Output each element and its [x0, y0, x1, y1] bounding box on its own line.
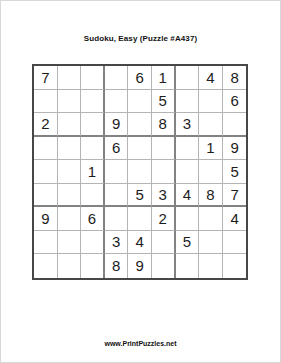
sudoku-cell-r2c3 [81, 90, 105, 114]
sudoku-cell-r2c5 [128, 90, 152, 114]
sudoku-cell-r8c3 [81, 231, 105, 255]
given-digit: 6 [136, 69, 144, 86]
sudoku-cell-r8c9 [223, 231, 247, 255]
given-digit: 5 [136, 186, 144, 203]
sudoku-cell-r7c4 [105, 207, 129, 231]
sudoku-cell-r5c9: 5 [223, 160, 247, 184]
sudoku-cell-r2c2 [58, 90, 82, 114]
sudoku-cell-r3c1: 2 [34, 113, 58, 137]
sudoku-cell-r5c1 [34, 160, 58, 184]
sudoku-cell-r8c2 [58, 231, 82, 255]
given-digit: 9 [230, 139, 238, 156]
footer-url: www.PrintPuzzles.net [0, 340, 281, 347]
given-digit: 8 [230, 69, 238, 86]
sudoku-cell-r9c8 [199, 254, 223, 278]
sudoku-cell-r5c4 [105, 160, 129, 184]
given-digit: 4 [183, 186, 191, 203]
sudoku-cell-r7c9: 4 [223, 207, 247, 231]
given-digit: 1 [206, 139, 214, 156]
sudoku-cell-r2c8 [199, 90, 223, 114]
sudoku-cell-r9c4: 8 [105, 254, 129, 278]
given-digit: 4 [206, 69, 214, 86]
given-digit: 5 [183, 233, 191, 250]
given-digit: 3 [159, 186, 167, 203]
sudoku-cell-r5c5 [128, 160, 152, 184]
sudoku-cell-r1c8: 4 [199, 66, 223, 90]
sudoku-cell-r8c7: 5 [176, 231, 200, 255]
sudoku-cell-r7c1: 9 [34, 207, 58, 231]
sudoku-cell-r8c5: 4 [128, 231, 152, 255]
sudoku-cell-r3c8 [199, 113, 223, 137]
sudoku-cell-r3c9 [223, 113, 247, 137]
given-digit: 2 [159, 210, 167, 227]
given-digit: 1 [159, 69, 167, 86]
sudoku-cell-r3c7: 3 [176, 113, 200, 137]
sudoku-cell-r6c2 [58, 184, 82, 208]
sudoku-cell-r7c7 [176, 207, 200, 231]
given-digit: 4 [230, 210, 238, 227]
sudoku-cell-r7c3: 6 [81, 207, 105, 231]
sudoku-cell-r8c6 [152, 231, 176, 255]
sudoku-cell-r6c5: 5 [128, 184, 152, 208]
sudoku-cell-r8c1 [34, 231, 58, 255]
given-digit: 7 [41, 69, 49, 86]
sudoku-cell-r2c1 [34, 90, 58, 114]
sudoku-cell-r4c5 [128, 137, 152, 161]
sudoku-cell-r5c2 [58, 160, 82, 184]
given-digit: 7 [230, 186, 238, 203]
puzzle-title: Sudoku, Easy (Puzzle #A437) [0, 34, 281, 43]
sudoku-cell-r7c5 [128, 207, 152, 231]
sudoku-cell-r4c2 [58, 137, 82, 161]
sudoku-cell-r2c4 [105, 90, 129, 114]
sudoku-cell-r1c5: 6 [128, 66, 152, 90]
sudoku-cell-r6c8: 8 [199, 184, 223, 208]
given-digit: 5 [159, 92, 167, 109]
sudoku-cell-r6c9: 7 [223, 184, 247, 208]
sudoku-cell-r6c1 [34, 184, 58, 208]
sudoku-cell-r8c8 [199, 231, 223, 255]
given-digit: 8 [159, 115, 167, 132]
sudoku-cell-r4c4: 6 [105, 137, 129, 161]
sudoku-cell-r5c8 [199, 160, 223, 184]
sudoku-cell-r6c3 [81, 184, 105, 208]
given-digit: 8 [112, 257, 120, 274]
sudoku-cell-r1c7 [176, 66, 200, 90]
sudoku-cell-r4c9: 9 [223, 137, 247, 161]
sudoku-cell-r9c3 [81, 254, 105, 278]
sudoku-cell-r1c3 [81, 66, 105, 90]
printable-sudoku-page: Sudoku, Easy (Puzzle #A437) 761485629836… [0, 0, 281, 363]
sudoku-cell-r3c5 [128, 113, 152, 137]
sudoku-cell-r8c4: 3 [105, 231, 129, 255]
sudoku-cell-r9c6 [152, 254, 176, 278]
given-digit: 2 [41, 115, 49, 132]
given-digit: 6 [88, 210, 96, 227]
given-digit: 1 [88, 163, 96, 180]
sudoku-cell-r6c7: 4 [176, 184, 200, 208]
given-digit: 8 [206, 186, 214, 203]
given-digit: 3 [112, 233, 120, 250]
sudoku-cell-r1c6: 1 [152, 66, 176, 90]
sudoku-cell-r1c1: 7 [34, 66, 58, 90]
sudoku-cell-r2c6: 5 [152, 90, 176, 114]
given-digit: 3 [183, 115, 191, 132]
given-digit: 4 [136, 233, 144, 250]
sudoku-cell-r5c7 [176, 160, 200, 184]
sudoku-cell-r4c7 [176, 137, 200, 161]
sudoku-cell-r3c3 [81, 113, 105, 137]
sudoku-cell-r6c6: 3 [152, 184, 176, 208]
given-digit: 9 [41, 210, 49, 227]
sudoku-cell-r3c4: 9 [105, 113, 129, 137]
sudoku-cell-r9c2 [58, 254, 82, 278]
sudoku-cell-r7c2 [58, 207, 82, 231]
given-digit: 6 [112, 139, 120, 156]
sudoku-cell-r9c9 [223, 254, 247, 278]
sudoku-cell-r2c9: 6 [223, 90, 247, 114]
sudoku-cell-r1c2 [58, 66, 82, 90]
sudoku-cell-r1c9: 8 [223, 66, 247, 90]
sudoku-cell-r3c2 [58, 113, 82, 137]
sudoku-cell-r2c7 [176, 90, 200, 114]
given-digit: 5 [230, 163, 238, 180]
sudoku-cell-r5c3: 1 [81, 160, 105, 184]
given-digit: 9 [136, 257, 144, 274]
sudoku-board: 761485629836191553487962434589 [32, 64, 248, 280]
sudoku-cell-r4c8: 1 [199, 137, 223, 161]
sudoku-cell-r9c1 [34, 254, 58, 278]
given-digit: 6 [230, 92, 238, 109]
sudoku-cell-r1c4 [105, 66, 129, 90]
sudoku-cell-r4c6 [152, 137, 176, 161]
sudoku-cell-r7c6: 2 [152, 207, 176, 231]
sudoku-cell-r5c6 [152, 160, 176, 184]
sudoku-cell-r4c1 [34, 137, 58, 161]
sudoku-cell-r3c6: 8 [152, 113, 176, 137]
sudoku-cell-r9c7 [176, 254, 200, 278]
sudoku-cell-r6c4 [105, 184, 129, 208]
sudoku-cell-r9c5: 9 [128, 254, 152, 278]
sudoku-cell-r7c8 [199, 207, 223, 231]
sudoku-cell-r4c3 [81, 137, 105, 161]
given-digit: 9 [112, 115, 120, 132]
